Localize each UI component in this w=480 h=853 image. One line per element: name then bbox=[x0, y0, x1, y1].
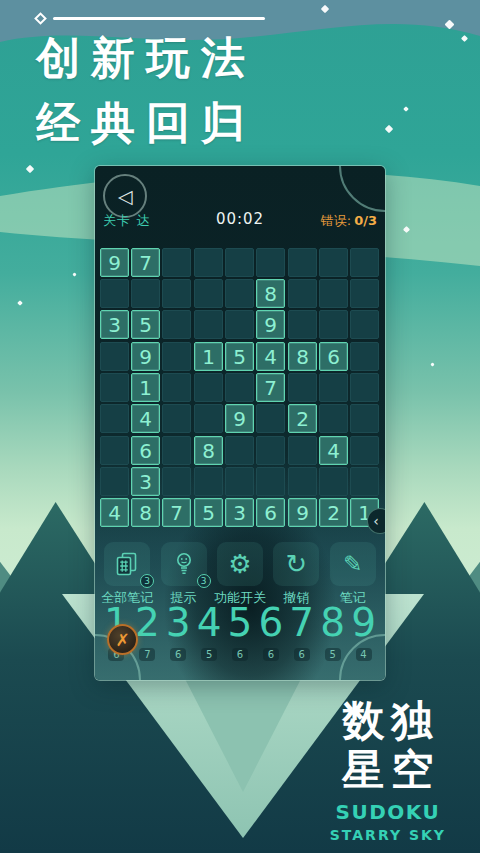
status-bar: 关卡 达 00:02 错误:0/3 bbox=[103, 210, 377, 230]
banner-decoration bbox=[36, 14, 265, 23]
cell-r2c7[interactable] bbox=[288, 279, 317, 308]
numpad-digit: 4 bbox=[197, 600, 222, 646]
sudoku-box: 4921 bbox=[288, 436, 379, 527]
cell-r9c4[interactable]: 5 bbox=[194, 498, 223, 527]
cell-r8c5[interactable] bbox=[225, 467, 254, 496]
cell-r5c5[interactable] bbox=[225, 373, 254, 402]
star-decoration bbox=[430, 362, 434, 366]
numpad-key-7[interactable]: 76 bbox=[286, 600, 317, 661]
corner-arc-decoration bbox=[339, 166, 385, 212]
sudoku-box: 15479 bbox=[194, 342, 285, 433]
numpad-key-6[interactable]: 66 bbox=[255, 600, 286, 661]
remaining-count: 6 bbox=[294, 648, 310, 661]
toolbar: 3 全部笔记 3 提示 ⚙ 功能开关 bbox=[99, 542, 381, 607]
numpad-key-5[interactable]: 56 bbox=[225, 600, 256, 661]
cell-r6c4[interactable] bbox=[194, 404, 223, 433]
numpad-digit: 6 bbox=[258, 600, 283, 646]
error-counter: 错误:0/3 bbox=[321, 212, 377, 230]
remaining-count: 5 bbox=[325, 648, 341, 661]
sudoku-box: 862 bbox=[288, 342, 379, 433]
sudoku-board: 973589914154798626348785364921 bbox=[100, 248, 379, 527]
cell-r2c8[interactable] bbox=[319, 279, 348, 308]
numpad-digit: 3 bbox=[166, 600, 191, 646]
cell-r7c9[interactable] bbox=[350, 436, 379, 465]
pencil-icon: ✎ bbox=[343, 553, 362, 576]
cell-r3c2[interactable]: 5 bbox=[131, 310, 160, 339]
cell-r6c8[interactable] bbox=[319, 404, 348, 433]
cell-r2c4[interactable] bbox=[194, 279, 223, 308]
cell-r5c8[interactable] bbox=[319, 373, 348, 402]
cell-r4c2[interactable]: 9 bbox=[131, 342, 160, 371]
cell-r4c9[interactable] bbox=[350, 342, 379, 371]
cell-r8c3[interactable] bbox=[162, 467, 191, 496]
cell-r2c1[interactable] bbox=[100, 279, 129, 308]
cell-r4c1[interactable] bbox=[100, 342, 129, 371]
settings-gear-icon: ⚙ bbox=[228, 551, 251, 577]
numpad-digit: 9 bbox=[351, 600, 376, 646]
cell-r3c5[interactable] bbox=[225, 310, 254, 339]
cell-r6c5[interactable]: 9 bbox=[225, 404, 254, 433]
cell-r2c5[interactable] bbox=[225, 279, 254, 308]
cell-r9c2[interactable]: 8 bbox=[131, 498, 160, 527]
error-value: 0/3 bbox=[354, 213, 377, 228]
cell-r4c7[interactable]: 8 bbox=[288, 342, 317, 371]
remaining-count: 5 bbox=[201, 648, 217, 661]
sudoku-box: 89 bbox=[194, 248, 285, 339]
back-arrow-icon: ◁ bbox=[118, 185, 133, 207]
cell-r2c9[interactable] bbox=[350, 279, 379, 308]
hint-bulb-icon bbox=[170, 550, 198, 578]
remaining-count: 6 bbox=[170, 648, 186, 661]
numpad-key-8[interactable]: 85 bbox=[317, 600, 348, 661]
promo-page: 创新玩法 经典回归 ◁ 关卡 达 00:02 错误:0/3 9735899141… bbox=[0, 0, 480, 853]
logo-en-line2: STARRY SKY bbox=[330, 827, 446, 843]
cell-r9c5[interactable]: 3 bbox=[225, 498, 254, 527]
cell-r2c3[interactable] bbox=[162, 279, 191, 308]
cell-r7c1[interactable] bbox=[100, 436, 129, 465]
cell-r8c2[interactable]: 3 bbox=[131, 467, 160, 496]
sudoku-box: 914 bbox=[100, 342, 191, 433]
cell-r6c1[interactable] bbox=[100, 404, 129, 433]
notes-button[interactable]: ✎ 笔记 bbox=[326, 542, 380, 607]
cell-r5c4[interactable] bbox=[194, 373, 223, 402]
cell-r5c2[interactable]: 1 bbox=[131, 373, 160, 402]
cell-r9c6[interactable]: 6 bbox=[256, 498, 285, 527]
cell-r6c2[interactable]: 4 bbox=[131, 404, 160, 433]
cell-r5c7[interactable] bbox=[288, 373, 317, 402]
cell-r9c7[interactable]: 9 bbox=[288, 498, 317, 527]
cell-r4c3[interactable] bbox=[162, 342, 191, 371]
numpad-key-9[interactable]: 94 bbox=[348, 600, 379, 661]
cell-r8c1[interactable] bbox=[100, 467, 129, 496]
all-notes-icon bbox=[113, 550, 141, 578]
cell-r9c3[interactable]: 7 bbox=[162, 498, 191, 527]
cell-r3c8[interactable] bbox=[319, 310, 348, 339]
cell-r8c6[interactable] bbox=[256, 467, 285, 496]
cell-r7c4[interactable]: 8 bbox=[194, 436, 223, 465]
chevron-left-icon: ‹ bbox=[373, 513, 379, 529]
banner-line-2: 经典回归 bbox=[36, 98, 265, 149]
all-notes-button[interactable]: 3 全部笔记 bbox=[100, 542, 154, 607]
numpad-digit: 2 bbox=[135, 600, 160, 646]
cell-r3c3[interactable] bbox=[162, 310, 191, 339]
cell-r8c4[interactable] bbox=[194, 467, 223, 496]
cell-r3c6[interactable]: 9 bbox=[256, 310, 285, 339]
cell-r6c7[interactable]: 2 bbox=[288, 404, 317, 433]
cell-r1c2[interactable]: 7 bbox=[131, 248, 160, 277]
hint-button[interactable]: 3 提示 bbox=[157, 542, 211, 607]
cell-r6c9[interactable] bbox=[350, 404, 379, 433]
cell-r8c9[interactable] bbox=[350, 467, 379, 496]
cell-r4c8[interactable]: 6 bbox=[319, 342, 348, 371]
logo-cn-line1: 数独 bbox=[330, 696, 453, 745]
cell-r1c1[interactable]: 9 bbox=[100, 248, 129, 277]
remaining-count: 4 bbox=[356, 648, 372, 661]
hint-badge: 3 bbox=[197, 574, 211, 588]
cell-r6c3[interactable] bbox=[162, 404, 191, 433]
cell-r1c5[interactable] bbox=[225, 248, 254, 277]
cell-r4c6[interactable]: 4 bbox=[256, 342, 285, 371]
sudoku-box: 8536 bbox=[194, 436, 285, 527]
numpad-key-2[interactable]: 27 bbox=[132, 600, 163, 661]
numpad-digit: 7 bbox=[289, 600, 314, 646]
undo-icon: ↻ bbox=[285, 551, 307, 577]
cell-r7c8[interactable]: 4 bbox=[319, 436, 348, 465]
numpad-key-3[interactable]: 36 bbox=[163, 600, 194, 661]
cell-r1c3[interactable] bbox=[162, 248, 191, 277]
banner-line-1: 创新玩法 bbox=[36, 33, 265, 84]
cell-r1c9[interactable] bbox=[350, 248, 379, 277]
cell-r7c3[interactable] bbox=[162, 436, 191, 465]
cell-r5c3[interactable] bbox=[162, 373, 191, 402]
cell-r7c2[interactable]: 6 bbox=[131, 436, 160, 465]
app-logo: 数独 星空 SUDOKU STARRY SKY bbox=[330, 696, 446, 843]
all-notes-badge: 3 bbox=[140, 574, 154, 588]
sudoku-box: 9735 bbox=[100, 248, 191, 339]
cell-r3c1[interactable]: 3 bbox=[100, 310, 129, 339]
cell-r1c6[interactable] bbox=[256, 248, 285, 277]
cell-r7c7[interactable] bbox=[288, 436, 317, 465]
cell-r3c4[interactable] bbox=[194, 310, 223, 339]
logo-cn-line2: 星空 bbox=[330, 745, 453, 794]
cell-r8c7[interactable] bbox=[288, 467, 317, 496]
remaining-count: 6 bbox=[232, 648, 248, 661]
title-banner: 创新玩法 经典回归 bbox=[36, 14, 265, 162]
error-label: 错误: bbox=[321, 213, 351, 228]
sudoku-box: 63487 bbox=[100, 436, 191, 527]
cell-r3c9[interactable] bbox=[350, 310, 379, 339]
sudoku-box bbox=[288, 248, 379, 339]
cell-r9c1[interactable]: 4 bbox=[100, 498, 129, 527]
settings-button[interactable]: ⚙ 功能开关 bbox=[213, 542, 267, 607]
cell-r2c2[interactable] bbox=[131, 279, 160, 308]
logo-en-line1: SUDOKU bbox=[330, 800, 446, 824]
erase-x-icon: ✗ bbox=[115, 630, 129, 650]
cell-r6c6[interactable] bbox=[256, 404, 285, 433]
number-pad: 162736455666768594 bbox=[101, 600, 379, 661]
cell-r1c7[interactable] bbox=[288, 248, 317, 277]
cell-r1c4[interactable] bbox=[194, 248, 223, 277]
cell-r5c1[interactable] bbox=[100, 373, 129, 402]
cell-r4c5[interactable]: 5 bbox=[225, 342, 254, 371]
cell-r3c7[interactable] bbox=[288, 310, 317, 339]
game-screenshot: ◁ 关卡 达 00:02 错误:0/3 97358991415479862634… bbox=[95, 166, 385, 680]
remaining-count: 6 bbox=[263, 648, 279, 661]
star-decoration bbox=[17, 300, 23, 306]
remaining-count: 7 bbox=[139, 648, 155, 661]
diamond-icon bbox=[34, 12, 47, 25]
cell-r5c9[interactable] bbox=[350, 373, 379, 402]
banner-rule bbox=[53, 17, 265, 20]
cell-r8c8[interactable] bbox=[319, 467, 348, 496]
cell-r7c5[interactable] bbox=[225, 436, 254, 465]
cell-r1c8[interactable] bbox=[319, 248, 348, 277]
numpad-key-4[interactable]: 45 bbox=[194, 600, 225, 661]
cell-r7c6[interactable] bbox=[256, 436, 285, 465]
erase-button[interactable]: ✗ bbox=[107, 624, 138, 655]
cell-r9c8[interactable]: 2 bbox=[319, 498, 348, 527]
cell-r5c6[interactable]: 7 bbox=[256, 373, 285, 402]
cell-r4c4[interactable]: 1 bbox=[194, 342, 223, 371]
undo-button[interactable]: ↻ 撤销 bbox=[269, 542, 323, 607]
numpad-digit: 8 bbox=[320, 600, 345, 646]
numpad-digit: 5 bbox=[228, 600, 253, 646]
cell-r2c6[interactable]: 8 bbox=[256, 279, 285, 308]
